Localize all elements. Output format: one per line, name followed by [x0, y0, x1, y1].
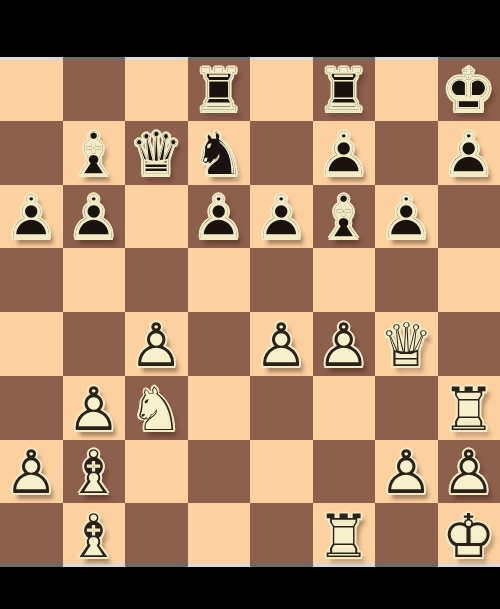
- square-g5[interactable]: [375, 248, 438, 312]
- square-a1[interactable]: [0, 503, 63, 567]
- black-pawn-outline-glyph-icon: ♙: [67, 187, 121, 247]
- square-a7[interactable]: [0, 121, 63, 185]
- square-b7[interactable]: ♝♗: [63, 121, 126, 185]
- black-pawn-piece-b6[interactable]: ♟♙: [63, 185, 126, 249]
- white-rook-fill-glyph-icon: ♜: [317, 506, 371, 566]
- square-h4[interactable]: [438, 312, 500, 376]
- square-b2[interactable]: ♝♗: [63, 440, 126, 504]
- white-bishop-fill-glyph-icon: ♝: [67, 442, 121, 502]
- square-g6[interactable]: ♟♙: [375, 185, 438, 249]
- white-king-piece-h1[interactable]: ♚♔: [438, 503, 500, 567]
- black-pawn-piece-f7[interactable]: ♟♙: [313, 121, 376, 185]
- square-g4[interactable]: ♛♕: [375, 312, 438, 376]
- square-a2[interactable]: ♟♙: [0, 440, 63, 504]
- black-knight-piece-d7[interactable]: ♞♘: [188, 121, 251, 185]
- white-king-fill-glyph-icon: ♚: [442, 506, 496, 566]
- square-h5[interactable]: [438, 248, 500, 312]
- white-rook-piece-f1[interactable]: ♜♖: [313, 503, 376, 567]
- black-pawn-outline-glyph-icon: ♙: [442, 124, 496, 184]
- white-pawn-piece-a2[interactable]: ♟♙: [0, 440, 63, 504]
- black-rook-piece-f8[interactable]: ♜♖: [313, 57, 376, 121]
- square-d7[interactable]: ♞♘: [188, 121, 251, 185]
- square-f3[interactable]: [313, 376, 376, 440]
- square-c6[interactable]: [125, 185, 188, 249]
- square-g3[interactable]: [375, 376, 438, 440]
- square-c5[interactable]: [125, 248, 188, 312]
- square-e5[interactable]: [250, 248, 313, 312]
- white-rook-fill-glyph-icon: ♜: [442, 379, 496, 439]
- white-pawn-piece-b3[interactable]: ♟♙: [63, 376, 126, 440]
- white-pawn-piece-f4[interactable]: ♟♙: [313, 312, 376, 376]
- square-d5[interactable]: [188, 248, 251, 312]
- square-c8[interactable]: [125, 57, 188, 121]
- square-c4[interactable]: ♟♙: [125, 312, 188, 376]
- white-pawn-fill-glyph-icon: ♟: [129, 315, 183, 375]
- square-g8[interactable]: [375, 57, 438, 121]
- black-pawn-outline-glyph-icon: ♙: [254, 187, 308, 247]
- white-pawn-outline-glyph-icon: ♙: [442, 442, 496, 502]
- top-letterbox-bar: [0, 0, 500, 57]
- square-c2[interactable]: [125, 440, 188, 504]
- white-bishop-fill-glyph-icon: ♝: [67, 506, 121, 566]
- square-e1[interactable]: [250, 503, 313, 567]
- square-d1[interactable]: [188, 503, 251, 567]
- black-pawn-piece-g6[interactable]: ♟♙: [375, 185, 438, 249]
- square-f1[interactable]: ♜♖: [313, 503, 376, 567]
- square-d8[interactable]: ♜♖: [188, 57, 251, 121]
- black-bishop-fill-glyph-icon: ♝: [67, 124, 121, 184]
- square-b8[interactable]: [63, 57, 126, 121]
- black-rook-outline-glyph-icon: ♖: [317, 60, 371, 120]
- square-d4[interactable]: [188, 312, 251, 376]
- screenshot-frame: ♜♖♜♖♚♔♝♗♛♕♞♘♟♙♟♙♟♙♟♙♟♙♟♙♝♗♟♙♟♙♟♙♟♙♛♕♟♙♞♘…: [0, 0, 500, 609]
- white-bishop-outline-glyph-icon: ♗: [67, 442, 121, 502]
- white-knight-piece-c3[interactable]: ♞♘: [125, 376, 188, 440]
- white-pawn-fill-glyph-icon: ♟: [379, 442, 433, 502]
- square-g7[interactable]: [375, 121, 438, 185]
- white-pawn-fill-glyph-icon: ♟: [317, 315, 371, 375]
- black-rook-fill-glyph-icon: ♜: [317, 60, 371, 120]
- black-king-piece-h8[interactable]: ♚♔: [438, 57, 500, 121]
- square-a3[interactable]: [0, 376, 63, 440]
- black-bishop-piece-b7[interactable]: ♝♗: [63, 121, 126, 185]
- black-knight-fill-glyph-icon: ♞: [192, 124, 246, 184]
- square-b5[interactable]: [63, 248, 126, 312]
- white-rook-outline-glyph-icon: ♖: [317, 506, 371, 566]
- square-b6[interactable]: ♟♙: [63, 185, 126, 249]
- black-rook-fill-glyph-icon: ♜: [192, 60, 246, 120]
- square-f8[interactable]: ♜♖: [313, 57, 376, 121]
- white-queen-piece-g4[interactable]: ♛♕: [375, 312, 438, 376]
- white-rook-outline-glyph-icon: ♖: [442, 379, 496, 439]
- square-b3[interactable]: ♟♙: [63, 376, 126, 440]
- square-h1[interactable]: ♚♔: [438, 503, 500, 567]
- square-a6[interactable]: ♟♙: [0, 185, 63, 249]
- square-a4[interactable]: [0, 312, 63, 376]
- black-queen-fill-glyph-icon: ♛: [129, 124, 183, 184]
- black-king-outline-glyph-icon: ♔: [442, 60, 496, 120]
- square-e8[interactable]: [250, 57, 313, 121]
- white-pawn-fill-glyph-icon: ♟: [4, 442, 58, 502]
- white-pawn-outline-glyph-icon: ♙: [4, 442, 58, 502]
- black-pawn-fill-glyph-icon: ♟: [192, 187, 246, 247]
- square-e3[interactable]: [250, 376, 313, 440]
- black-pawn-outline-glyph-icon: ♙: [379, 187, 433, 247]
- square-c3[interactable]: ♞♘: [125, 376, 188, 440]
- black-bishop-outline-glyph-icon: ♗: [67, 124, 121, 184]
- square-d2[interactable]: [188, 440, 251, 504]
- black-pawn-outline-glyph-icon: ♙: [192, 187, 246, 247]
- square-d3[interactable]: [188, 376, 251, 440]
- square-f7[interactable]: ♟♙: [313, 121, 376, 185]
- square-h3[interactable]: ♜♖: [438, 376, 500, 440]
- black-king-fill-glyph-icon: ♚: [442, 60, 496, 120]
- square-f2[interactable]: [313, 440, 376, 504]
- square-g1[interactable]: [375, 503, 438, 567]
- white-pawn-piece-e4[interactable]: ♟♙: [250, 312, 313, 376]
- black-bishop-fill-glyph-icon: ♝: [317, 187, 371, 247]
- square-g2[interactable]: ♟♙: [375, 440, 438, 504]
- black-pawn-fill-glyph-icon: ♟: [4, 187, 58, 247]
- black-pawn-fill-glyph-icon: ♟: [67, 187, 121, 247]
- black-rook-outline-glyph-icon: ♖: [192, 60, 246, 120]
- square-a5[interactable]: [0, 248, 63, 312]
- square-b4[interactable]: [63, 312, 126, 376]
- black-pawn-outline-glyph-icon: ♙: [4, 187, 58, 247]
- black-pawn-fill-glyph-icon: ♟: [317, 124, 371, 184]
- black-knight-outline-glyph-icon: ♘: [192, 124, 246, 184]
- black-bishop-outline-glyph-icon: ♗: [317, 187, 371, 247]
- white-pawn-outline-glyph-icon: ♙: [129, 315, 183, 375]
- white-pawn-outline-glyph-icon: ♙: [254, 315, 308, 375]
- black-queen-piece-c7[interactable]: ♛♕: [125, 121, 188, 185]
- black-pawn-piece-e6[interactable]: ♟♙: [250, 185, 313, 249]
- square-c7[interactable]: ♛♕: [125, 121, 188, 185]
- white-bishop-piece-b1[interactable]: ♝♗: [63, 503, 126, 567]
- board-bottom-edge-shadow: [0, 563, 500, 567]
- white-pawn-fill-glyph-icon: ♟: [67, 379, 121, 439]
- white-pawn-fill-glyph-icon: ♟: [254, 315, 308, 375]
- white-pawn-piece-g2[interactable]: ♟♙: [375, 440, 438, 504]
- chess-board: ♜♖♜♖♚♔♝♗♛♕♞♘♟♙♟♙♟♙♟♙♟♙♟♙♝♗♟♙♟♙♟♙♟♙♛♕♟♙♞♘…: [0, 57, 500, 567]
- black-bishop-piece-f6[interactable]: ♝♗: [313, 185, 376, 249]
- white-pawn-piece-h2[interactable]: ♟♙: [438, 440, 500, 504]
- white-pawn-outline-glyph-icon: ♙: [379, 442, 433, 502]
- white-pawn-piece-c4[interactable]: ♟♙: [125, 312, 188, 376]
- white-pawn-outline-glyph-icon: ♙: [317, 315, 371, 375]
- square-b1[interactable]: ♝♗: [63, 503, 126, 567]
- square-c1[interactable]: [125, 503, 188, 567]
- square-h6[interactable]: [438, 185, 500, 249]
- square-e2[interactable]: [250, 440, 313, 504]
- white-bishop-piece-b2[interactable]: ♝♗: [63, 440, 126, 504]
- black-pawn-piece-a6[interactable]: ♟♙: [0, 185, 63, 249]
- white-pawn-outline-glyph-icon: ♙: [67, 379, 121, 439]
- board-top-edge-shadow: [0, 57, 500, 60]
- white-rook-piece-h3[interactable]: ♜♖: [438, 376, 500, 440]
- square-f5[interactable]: [313, 248, 376, 312]
- black-pawn-piece-d6[interactable]: ♟♙: [188, 185, 251, 249]
- black-pawn-fill-glyph-icon: ♟: [379, 187, 433, 247]
- square-h7[interactable]: ♟♙: [438, 121, 500, 185]
- white-king-outline-glyph-icon: ♔: [442, 506, 496, 566]
- white-queen-outline-glyph-icon: ♕: [379, 315, 433, 375]
- white-knight-outline-glyph-icon: ♘: [129, 379, 183, 439]
- square-e4[interactable]: ♟♙: [250, 312, 313, 376]
- black-queen-outline-glyph-icon: ♕: [129, 124, 183, 184]
- black-pawn-fill-glyph-icon: ♟: [254, 187, 308, 247]
- square-a8[interactable]: [0, 57, 63, 121]
- black-rook-piece-d8[interactable]: ♜♖: [188, 57, 251, 121]
- white-bishop-outline-glyph-icon: ♗: [67, 506, 121, 566]
- black-pawn-piece-h7[interactable]: ♟♙: [438, 121, 500, 185]
- bottom-letterbox-bar: [0, 567, 500, 609]
- square-f4[interactable]: ♟♙: [313, 312, 376, 376]
- black-pawn-outline-glyph-icon: ♙: [317, 124, 371, 184]
- square-h2[interactable]: ♟♙: [438, 440, 500, 504]
- square-h8[interactable]: ♚♔: [438, 57, 500, 121]
- white-queen-fill-glyph-icon: ♛: [379, 315, 433, 375]
- square-d6[interactable]: ♟♙: [188, 185, 251, 249]
- white-pawn-fill-glyph-icon: ♟: [442, 442, 496, 502]
- white-knight-fill-glyph-icon: ♞: [129, 379, 183, 439]
- black-pawn-fill-glyph-icon: ♟: [442, 124, 496, 184]
- square-e7[interactable]: [250, 121, 313, 185]
- square-e6[interactable]: ♟♙: [250, 185, 313, 249]
- square-f6[interactable]: ♝♗: [313, 185, 376, 249]
